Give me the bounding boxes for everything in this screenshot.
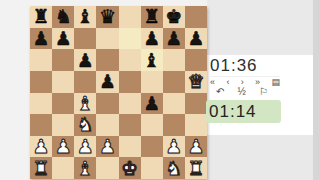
square-c4[interactable]: ♝ bbox=[74, 93, 96, 115]
resign-flag-button[interactable]: ⚐ bbox=[259, 87, 268, 97]
black-pawn: ♟ bbox=[165, 29, 182, 48]
square-d1[interactable] bbox=[96, 157, 118, 179]
black-bishop: ♝ bbox=[77, 7, 94, 26]
white-bishop: ♝ bbox=[77, 94, 94, 113]
square-c1[interactable]: ♝ bbox=[74, 157, 96, 179]
square-a8[interactable]: ♜ bbox=[30, 6, 52, 28]
black-knight: ♞ bbox=[55, 7, 72, 26]
black-pawn: ♟ bbox=[99, 72, 116, 91]
move-list-button[interactable]: ▤ bbox=[271, 78, 280, 87]
black-pawn: ♟ bbox=[55, 29, 72, 48]
square-g4[interactable] bbox=[163, 93, 185, 115]
square-e6[interactable] bbox=[119, 49, 141, 71]
square-d4[interactable] bbox=[96, 93, 118, 115]
square-e5[interactable] bbox=[119, 71, 141, 93]
square-b6[interactable] bbox=[52, 49, 74, 71]
square-e7[interactable] bbox=[119, 28, 141, 50]
white-pawn: ♟ bbox=[77, 137, 94, 156]
square-f4[interactable]: ♟ bbox=[141, 93, 163, 115]
square-e1[interactable]: ♚ bbox=[119, 157, 141, 179]
square-a2[interactable]: ♟ bbox=[30, 136, 52, 158]
white-rook: ♜ bbox=[33, 159, 50, 178]
chess-board: ♜♞♝♛♜♚♟♟♟♟♟♟♝♟♛♝♟♞♟♟♟♟♟♟♜♝♚♞♜ bbox=[30, 6, 207, 179]
square-a3[interactable] bbox=[30, 114, 52, 136]
square-b3[interactable] bbox=[52, 114, 74, 136]
square-h5[interactable]: ♛ bbox=[185, 71, 207, 93]
black-king: ♚ bbox=[165, 7, 182, 26]
square-d3[interactable] bbox=[96, 114, 118, 136]
black-pawn: ♟ bbox=[187, 29, 204, 48]
square-d8[interactable]: ♛ bbox=[96, 6, 118, 28]
square-f7[interactable]: ♟ bbox=[141, 28, 163, 50]
square-b2[interactable]: ♟ bbox=[52, 136, 74, 158]
black-rook: ♜ bbox=[143, 7, 160, 26]
square-h1[interactable]: ♜ bbox=[185, 157, 207, 179]
white-queen: ♛ bbox=[187, 72, 204, 91]
square-a4[interactable] bbox=[30, 93, 52, 115]
square-f6[interactable]: ♝ bbox=[141, 49, 163, 71]
square-f3[interactable] bbox=[141, 114, 163, 136]
white-knight: ♞ bbox=[77, 115, 94, 134]
square-b1[interactable] bbox=[52, 157, 74, 179]
takeback-button[interactable]: ↶ bbox=[216, 87, 224, 97]
square-a7[interactable]: ♟ bbox=[30, 28, 52, 50]
square-h4[interactable] bbox=[185, 93, 207, 115]
square-d6[interactable] bbox=[96, 49, 118, 71]
black-pawn: ♟ bbox=[77, 51, 94, 70]
square-g6[interactable] bbox=[163, 49, 185, 71]
white-knight: ♞ bbox=[165, 159, 182, 178]
black-pawn: ♟ bbox=[143, 29, 160, 48]
white-pawn: ♟ bbox=[187, 137, 204, 156]
square-g3[interactable] bbox=[163, 114, 185, 136]
square-a6[interactable] bbox=[30, 49, 52, 71]
square-h8[interactable] bbox=[185, 6, 207, 28]
black-clock-time: 01:36 bbox=[210, 56, 258, 75]
square-c6[interactable]: ♟ bbox=[74, 49, 96, 71]
white-clock-time: 01:14 bbox=[209, 102, 257, 122]
square-d7[interactable] bbox=[96, 28, 118, 50]
square-c7[interactable] bbox=[74, 28, 96, 50]
square-c5[interactable] bbox=[74, 71, 96, 93]
square-e2[interactable] bbox=[119, 136, 141, 158]
white-rook: ♜ bbox=[187, 159, 204, 178]
white-bishop: ♝ bbox=[77, 159, 94, 178]
square-b7[interactable]: ♟ bbox=[52, 28, 74, 50]
action-toolbar: ↶ ½ ⚐ bbox=[216, 86, 268, 98]
square-f5[interactable] bbox=[141, 71, 163, 93]
square-h7[interactable]: ♟ bbox=[185, 28, 207, 50]
square-a1[interactable]: ♜ bbox=[30, 157, 52, 179]
square-b5[interactable] bbox=[52, 71, 74, 93]
square-g1[interactable]: ♞ bbox=[163, 157, 185, 179]
screen-edge-strip bbox=[313, 0, 320, 180]
white-pawn: ♟ bbox=[55, 137, 72, 156]
white-pawn: ♟ bbox=[33, 137, 50, 156]
black-pawn: ♟ bbox=[143, 94, 160, 113]
square-g7[interactable]: ♟ bbox=[163, 28, 185, 50]
square-g5[interactable] bbox=[163, 71, 185, 93]
square-d5[interactable]: ♟ bbox=[96, 71, 118, 93]
square-f8[interactable]: ♜ bbox=[141, 6, 163, 28]
square-b8[interactable]: ♞ bbox=[52, 6, 74, 28]
square-a5[interactable] bbox=[30, 71, 52, 93]
square-e4[interactable] bbox=[119, 93, 141, 115]
square-g8[interactable]: ♚ bbox=[163, 6, 185, 28]
square-c8[interactable]: ♝ bbox=[74, 6, 96, 28]
square-c2[interactable]: ♟ bbox=[74, 136, 96, 158]
square-e3[interactable] bbox=[119, 114, 141, 136]
white-clock-active: 01:14 bbox=[206, 100, 281, 123]
square-h3[interactable] bbox=[185, 114, 207, 136]
square-e8[interactable] bbox=[119, 6, 141, 28]
square-d2[interactable]: ♟ bbox=[96, 136, 118, 158]
square-h2[interactable]: ♟ bbox=[185, 136, 207, 158]
black-rook: ♜ bbox=[33, 7, 50, 26]
jump-to-start-button[interactable]: « bbox=[210, 78, 215, 87]
square-g2[interactable]: ♟ bbox=[163, 136, 185, 158]
black-queen: ♛ bbox=[99, 7, 116, 26]
offer-draw-button[interactable]: ½ bbox=[238, 87, 246, 97]
white-king: ♚ bbox=[121, 159, 138, 178]
black-pawn: ♟ bbox=[33, 29, 50, 48]
square-h6[interactable] bbox=[185, 49, 207, 71]
white-pawn: ♟ bbox=[165, 137, 182, 156]
black-bishop: ♝ bbox=[143, 51, 160, 70]
black-clock: 01:36 bbox=[210, 56, 306, 76]
square-f2[interactable] bbox=[141, 136, 163, 158]
square-f1[interactable] bbox=[141, 157, 163, 179]
square-b4[interactable] bbox=[52, 93, 74, 115]
white-pawn: ♟ bbox=[99, 137, 116, 156]
square-c3[interactable]: ♞ bbox=[74, 114, 96, 136]
